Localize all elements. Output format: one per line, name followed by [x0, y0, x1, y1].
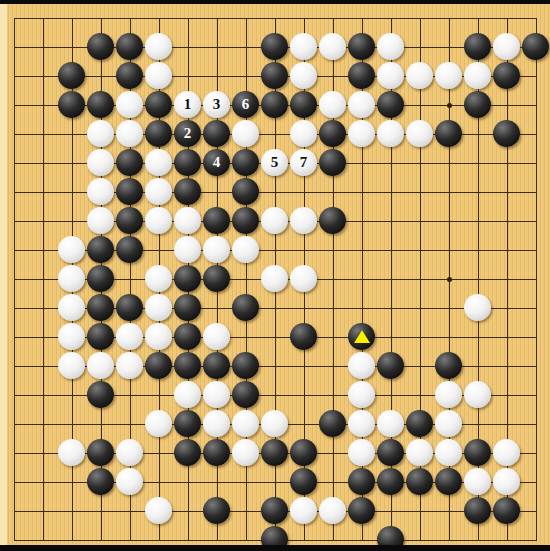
- white-stone: [87, 120, 114, 147]
- black-stone: [174, 294, 201, 321]
- white-stone: [116, 352, 143, 379]
- white-stone: [261, 265, 288, 292]
- black-stone: [435, 352, 462, 379]
- white-stone: [348, 381, 375, 408]
- white-stone: [232, 236, 259, 263]
- white-stone: [377, 62, 404, 89]
- white-stone: [290, 265, 317, 292]
- black-stone: [377, 91, 404, 118]
- move-number-label: 7: [300, 155, 308, 170]
- white-stone: [377, 33, 404, 60]
- black-stone: [174, 352, 201, 379]
- white-stone: [406, 439, 433, 466]
- white-stone: [319, 91, 346, 118]
- move-number-label: 3: [213, 97, 221, 112]
- white-stone: [464, 381, 491, 408]
- white-stone: [58, 294, 85, 321]
- black-stone: [87, 381, 114, 408]
- black-stone: [377, 352, 404, 379]
- black-stone: [232, 352, 259, 379]
- grid-line-vertical: [536, 18, 537, 541]
- black-stone: [203, 439, 230, 466]
- white-stone: [145, 410, 172, 437]
- black-stone: [87, 468, 114, 495]
- black-stone: [58, 91, 85, 118]
- white-stone: [145, 323, 172, 350]
- white-stone: [435, 439, 462, 466]
- black-stone: 2: [174, 120, 201, 147]
- white-stone: [406, 62, 433, 89]
- white-stone: [435, 62, 462, 89]
- black-stone: [145, 352, 172, 379]
- white-stone: [116, 91, 143, 118]
- star-point: [447, 103, 452, 108]
- white-stone: [87, 149, 114, 176]
- white-stone: [290, 33, 317, 60]
- triangle-marker: [354, 330, 370, 343]
- black-stone: [493, 497, 520, 524]
- white-stone: [435, 410, 462, 437]
- white-stone: [174, 207, 201, 234]
- white-stone: [116, 468, 143, 495]
- white-stone: [493, 439, 520, 466]
- black-stone: [348, 323, 375, 350]
- white-stone: 5: [261, 149, 288, 176]
- white-stone: [87, 178, 114, 205]
- black-stone: [232, 149, 259, 176]
- black-stone: [319, 207, 346, 234]
- black-stone: [435, 468, 462, 495]
- black-stone: [145, 120, 172, 147]
- black-stone: [261, 62, 288, 89]
- white-stone: [58, 439, 85, 466]
- black-stone: [377, 439, 404, 466]
- black-stone: [203, 497, 230, 524]
- white-stone: 1: [174, 91, 201, 118]
- white-stone: [319, 497, 346, 524]
- white-stone: [87, 207, 114, 234]
- white-stone: [290, 497, 317, 524]
- black-stone: [174, 178, 201, 205]
- black-stone: [203, 352, 230, 379]
- white-stone: [203, 410, 230, 437]
- white-stone: [145, 149, 172, 176]
- black-stone: [348, 62, 375, 89]
- white-stone: [145, 178, 172, 205]
- white-stone: [116, 323, 143, 350]
- black-stone: [87, 236, 114, 263]
- black-stone: [348, 33, 375, 60]
- black-stone: [377, 468, 404, 495]
- black-stone: 4: [203, 149, 230, 176]
- white-stone: [203, 381, 230, 408]
- white-stone: [348, 120, 375, 147]
- black-stone: [261, 33, 288, 60]
- black-stone: [493, 120, 520, 147]
- black-stone: [174, 439, 201, 466]
- star-point: [447, 277, 452, 282]
- black-stone: [261, 439, 288, 466]
- black-stone: [522, 33, 549, 60]
- move-number-label: 1: [184, 97, 192, 112]
- white-stone: [493, 33, 520, 60]
- black-stone: [87, 265, 114, 292]
- black-stone: [319, 120, 346, 147]
- black-stone: [87, 323, 114, 350]
- white-stone: [58, 352, 85, 379]
- white-stone: [290, 207, 317, 234]
- white-stone: [406, 120, 433, 147]
- white-stone: [232, 439, 259, 466]
- white-stone: [58, 323, 85, 350]
- black-stone: [87, 33, 114, 60]
- black-stone: [406, 410, 433, 437]
- black-stone: [232, 381, 259, 408]
- black-stone: [493, 62, 520, 89]
- white-stone: [145, 497, 172, 524]
- black-stone: [319, 410, 346, 437]
- black-stone: [116, 178, 143, 205]
- white-stone: [464, 294, 491, 321]
- white-stone: [464, 62, 491, 89]
- white-stone: [290, 62, 317, 89]
- black-stone: [406, 468, 433, 495]
- black-stone: [290, 468, 317, 495]
- black-stone: [145, 91, 172, 118]
- white-stone: [145, 294, 172, 321]
- white-stone: [232, 410, 259, 437]
- white-stone: [145, 62, 172, 89]
- white-stone: [348, 439, 375, 466]
- black-stone: [464, 497, 491, 524]
- move-number-label: 6: [242, 97, 250, 112]
- black-stone: [348, 468, 375, 495]
- black-stone: 6: [232, 91, 259, 118]
- white-stone: [58, 236, 85, 263]
- white-stone: [203, 236, 230, 263]
- white-stone: 3: [203, 91, 230, 118]
- white-stone: [145, 207, 172, 234]
- black-stone: [58, 62, 85, 89]
- black-stone: [116, 62, 143, 89]
- black-stone: [232, 207, 259, 234]
- black-stone: [464, 439, 491, 466]
- white-stone: 7: [290, 149, 317, 176]
- black-stone: [116, 207, 143, 234]
- go-board-frame: 1362457: [0, 0, 550, 551]
- black-stone: [290, 439, 317, 466]
- white-stone: [174, 236, 201, 263]
- white-stone: [261, 410, 288, 437]
- white-stone: [377, 410, 404, 437]
- black-stone: [87, 91, 114, 118]
- black-stone: [116, 294, 143, 321]
- black-stone: [87, 294, 114, 321]
- black-stone: [261, 91, 288, 118]
- white-stone: [348, 410, 375, 437]
- black-stone: [203, 265, 230, 292]
- black-stone: [174, 323, 201, 350]
- white-stone: [464, 468, 491, 495]
- move-number-label: 5: [271, 155, 279, 170]
- black-stone: [203, 120, 230, 147]
- black-stone: [348, 497, 375, 524]
- go-board[interactable]: 1362457: [0, 0, 550, 551]
- white-stone: [290, 120, 317, 147]
- white-stone: [493, 468, 520, 495]
- black-stone: [232, 178, 259, 205]
- black-stone: [174, 265, 201, 292]
- black-stone: [232, 294, 259, 321]
- white-stone: [116, 120, 143, 147]
- black-stone: [116, 149, 143, 176]
- black-stone: [464, 91, 491, 118]
- black-stone: [116, 33, 143, 60]
- white-stone: [87, 352, 114, 379]
- white-stone: [377, 120, 404, 147]
- black-stone: [464, 33, 491, 60]
- black-stone: [319, 149, 346, 176]
- white-stone: [145, 33, 172, 60]
- white-stone: [58, 265, 85, 292]
- black-stone: [174, 149, 201, 176]
- white-stone: [435, 381, 462, 408]
- white-stone: [319, 33, 346, 60]
- black-stone: [290, 91, 317, 118]
- black-stone: [87, 439, 114, 466]
- bottom-border-bar: [0, 545, 550, 551]
- move-number-label: 4: [213, 155, 221, 170]
- black-stone: [261, 497, 288, 524]
- black-stone: [203, 207, 230, 234]
- white-stone: [116, 439, 143, 466]
- black-stone: [290, 323, 317, 350]
- black-stone: [116, 236, 143, 263]
- black-stone: [174, 410, 201, 437]
- move-number-label: 2: [184, 126, 192, 141]
- black-stone: [435, 120, 462, 147]
- white-stone: [261, 207, 288, 234]
- white-stone: [203, 323, 230, 350]
- white-stone: [348, 352, 375, 379]
- white-stone: [348, 91, 375, 118]
- white-stone: [145, 265, 172, 292]
- white-stone: [174, 381, 201, 408]
- white-stone: [232, 120, 259, 147]
